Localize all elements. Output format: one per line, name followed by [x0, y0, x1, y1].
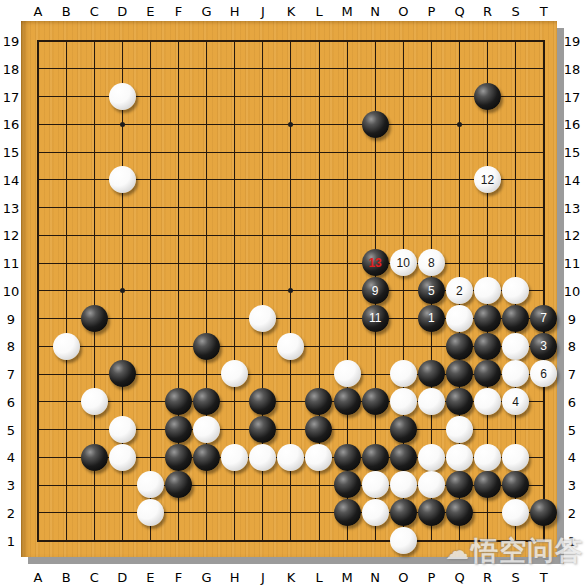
intersection-E6[interactable]: [136, 388, 164, 416]
intersection-F13[interactable]: [164, 194, 192, 222]
intersection-R14[interactable]: 12: [473, 166, 501, 194]
intersection-R16[interactable]: [473, 110, 501, 138]
intersection-S16[interactable]: [502, 110, 530, 138]
intersection-F15[interactable]: [164, 138, 192, 166]
intersection-T16[interactable]: [530, 110, 558, 138]
intersection-Q3[interactable]: [445, 471, 473, 499]
intersection-A4[interactable]: [24, 443, 52, 471]
intersection-C4[interactable]: [80, 443, 108, 471]
intersection-J5[interactable]: [249, 416, 277, 444]
intersection-N17[interactable]: [361, 83, 389, 111]
intersection-S3[interactable]: [502, 471, 530, 499]
intersection-F19[interactable]: [164, 27, 192, 55]
intersection-Q5[interactable]: [445, 416, 473, 444]
intersection-P13[interactable]: [417, 194, 445, 222]
intersection-D17[interactable]: [108, 83, 136, 111]
intersection-M4[interactable]: [333, 443, 361, 471]
intersection-K18[interactable]: [277, 55, 305, 83]
intersection-B9[interactable]: [52, 305, 80, 333]
intersection-A2[interactable]: [24, 499, 52, 527]
intersection-D1[interactable]: [108, 527, 136, 555]
intersection-G5[interactable]: [193, 416, 221, 444]
intersection-H3[interactable]: [221, 471, 249, 499]
intersection-K9[interactable]: [277, 305, 305, 333]
intersection-H4[interactable]: [221, 443, 249, 471]
intersection-A8[interactable]: [24, 332, 52, 360]
intersection-D6[interactable]: [108, 388, 136, 416]
intersection-M6[interactable]: [333, 388, 361, 416]
intersection-P5[interactable]: [417, 416, 445, 444]
intersection-G7[interactable]: [193, 360, 221, 388]
intersection-T19[interactable]: [530, 27, 558, 55]
intersection-K11[interactable]: [277, 249, 305, 277]
intersection-P9[interactable]: 1: [417, 305, 445, 333]
intersection-F18[interactable]: [164, 55, 192, 83]
intersection-B17[interactable]: [52, 83, 80, 111]
intersection-J4[interactable]: [249, 443, 277, 471]
intersection-L19[interactable]: [305, 27, 333, 55]
intersection-F12[interactable]: [164, 221, 192, 249]
intersection-M19[interactable]: [333, 27, 361, 55]
intersection-R3[interactable]: [473, 471, 501, 499]
intersection-F14[interactable]: [164, 166, 192, 194]
intersection-S9[interactable]: [502, 305, 530, 333]
intersection-O16[interactable]: [389, 110, 417, 138]
intersection-B1[interactable]: [52, 527, 80, 555]
intersection-M9[interactable]: [333, 305, 361, 333]
intersection-N18[interactable]: [361, 55, 389, 83]
intersection-P16[interactable]: [417, 110, 445, 138]
intersection-D2[interactable]: [108, 499, 136, 527]
intersection-R11[interactable]: [473, 249, 501, 277]
intersection-Q1[interactable]: [445, 527, 473, 555]
intersection-Q14[interactable]: [445, 166, 473, 194]
intersection-F10[interactable]: [164, 277, 192, 305]
intersection-K16[interactable]: [277, 110, 305, 138]
intersection-P18[interactable]: [417, 55, 445, 83]
intersection-B3[interactable]: [52, 471, 80, 499]
intersection-O5[interactable]: [389, 416, 417, 444]
intersection-S14[interactable]: [502, 166, 530, 194]
intersection-H18[interactable]: [221, 55, 249, 83]
intersection-M16[interactable]: [333, 110, 361, 138]
intersection-B16[interactable]: [52, 110, 80, 138]
intersection-N4[interactable]: [361, 443, 389, 471]
intersection-K12[interactable]: [277, 221, 305, 249]
intersection-E8[interactable]: [136, 332, 164, 360]
intersection-M11[interactable]: [333, 249, 361, 277]
intersection-M8[interactable]: [333, 332, 361, 360]
intersection-A1[interactable]: [24, 527, 52, 555]
intersection-A16[interactable]: [24, 110, 52, 138]
intersection-J15[interactable]: [249, 138, 277, 166]
intersection-J17[interactable]: [249, 83, 277, 111]
intersection-O3[interactable]: [389, 471, 417, 499]
intersection-J8[interactable]: [249, 332, 277, 360]
intersection-Q15[interactable]: [445, 138, 473, 166]
intersection-M17[interactable]: [333, 83, 361, 111]
intersection-L17[interactable]: [305, 83, 333, 111]
intersection-J18[interactable]: [249, 55, 277, 83]
intersection-H5[interactable]: [221, 416, 249, 444]
intersection-N13[interactable]: [361, 194, 389, 222]
intersection-O10[interactable]: [389, 277, 417, 305]
intersection-L15[interactable]: [305, 138, 333, 166]
intersection-M2[interactable]: [333, 499, 361, 527]
intersection-P12[interactable]: [417, 221, 445, 249]
intersection-F6[interactable]: [164, 388, 192, 416]
intersection-S4[interactable]: [502, 443, 530, 471]
intersection-O13[interactable]: [389, 194, 417, 222]
intersection-E7[interactable]: [136, 360, 164, 388]
intersection-C19[interactable]: [80, 27, 108, 55]
intersection-T12[interactable]: [530, 221, 558, 249]
intersection-J14[interactable]: [249, 166, 277, 194]
intersection-A6[interactable]: [24, 388, 52, 416]
intersection-E1[interactable]: [136, 527, 164, 555]
intersection-H10[interactable]: [221, 277, 249, 305]
intersection-N8[interactable]: [361, 332, 389, 360]
intersection-C9[interactable]: [80, 305, 108, 333]
intersection-D11[interactable]: [108, 249, 136, 277]
intersection-N1[interactable]: [361, 527, 389, 555]
intersection-A3[interactable]: [24, 471, 52, 499]
intersection-P17[interactable]: [417, 83, 445, 111]
intersection-C15[interactable]: [80, 138, 108, 166]
intersection-S17[interactable]: [502, 83, 530, 111]
intersection-M5[interactable]: [333, 416, 361, 444]
intersection-B13[interactable]: [52, 194, 80, 222]
intersection-E10[interactable]: [136, 277, 164, 305]
intersection-O17[interactable]: [389, 83, 417, 111]
intersection-N14[interactable]: [361, 166, 389, 194]
intersection-T6[interactable]: [530, 388, 558, 416]
intersection-A9[interactable]: [24, 305, 52, 333]
intersection-Q12[interactable]: [445, 221, 473, 249]
intersection-E2[interactable]: [136, 499, 164, 527]
intersection-L2[interactable]: [305, 499, 333, 527]
intersection-D19[interactable]: [108, 27, 136, 55]
intersection-E5[interactable]: [136, 416, 164, 444]
intersection-L9[interactable]: [305, 305, 333, 333]
intersection-R10[interactable]: [473, 277, 501, 305]
intersection-B19[interactable]: [52, 27, 80, 55]
intersection-R9[interactable]: [473, 305, 501, 333]
intersection-S2[interactable]: [502, 499, 530, 527]
intersection-N3[interactable]: [361, 471, 389, 499]
intersection-P15[interactable]: [417, 138, 445, 166]
intersection-N7[interactable]: [361, 360, 389, 388]
intersection-E11[interactable]: [136, 249, 164, 277]
intersection-O4[interactable]: [389, 443, 417, 471]
intersection-O9[interactable]: [389, 305, 417, 333]
intersection-G19[interactable]: [193, 27, 221, 55]
intersection-H7[interactable]: [221, 360, 249, 388]
intersection-K2[interactable]: [277, 499, 305, 527]
intersection-B12[interactable]: [52, 221, 80, 249]
intersection-C6[interactable]: [80, 388, 108, 416]
intersection-P1[interactable]: [417, 527, 445, 555]
intersection-N16[interactable]: [361, 110, 389, 138]
intersection-L3[interactable]: [305, 471, 333, 499]
intersection-E3[interactable]: [136, 471, 164, 499]
intersection-D16[interactable]: [108, 110, 136, 138]
intersection-S15[interactable]: [502, 138, 530, 166]
intersection-D7[interactable]: [108, 360, 136, 388]
intersection-S1[interactable]: [502, 527, 530, 555]
intersection-F3[interactable]: [164, 471, 192, 499]
intersection-H13[interactable]: [221, 194, 249, 222]
intersection-Q11[interactable]: [445, 249, 473, 277]
intersection-G15[interactable]: [193, 138, 221, 166]
intersection-C8[interactable]: [80, 332, 108, 360]
intersection-P6[interactable]: [417, 388, 445, 416]
intersection-M3[interactable]: [333, 471, 361, 499]
intersection-D13[interactable]: [108, 194, 136, 222]
intersection-O6[interactable]: [389, 388, 417, 416]
intersection-T3[interactable]: [530, 471, 558, 499]
intersection-B18[interactable]: [52, 55, 80, 83]
intersection-R4[interactable]: [473, 443, 501, 471]
intersection-R1[interactable]: [473, 527, 501, 555]
intersection-J16[interactable]: [249, 110, 277, 138]
intersection-T1[interactable]: [530, 527, 558, 555]
intersection-G13[interactable]: [193, 194, 221, 222]
intersection-M7[interactable]: [333, 360, 361, 388]
intersection-B7[interactable]: [52, 360, 80, 388]
intersection-K10[interactable]: [277, 277, 305, 305]
intersection-G12[interactable]: [193, 221, 221, 249]
intersection-L13[interactable]: [305, 194, 333, 222]
intersection-B6[interactable]: [52, 388, 80, 416]
intersection-T14[interactable]: [530, 166, 558, 194]
intersection-S13[interactable]: [502, 194, 530, 222]
intersection-K13[interactable]: [277, 194, 305, 222]
intersection-F8[interactable]: [164, 332, 192, 360]
intersection-H1[interactable]: [221, 527, 249, 555]
intersection-M1[interactable]: [333, 527, 361, 555]
intersection-A12[interactable]: [24, 221, 52, 249]
intersection-C1[interactable]: [80, 527, 108, 555]
intersection-H14[interactable]: [221, 166, 249, 194]
intersection-K5[interactable]: [277, 416, 305, 444]
intersection-E16[interactable]: [136, 110, 164, 138]
intersection-A13[interactable]: [24, 194, 52, 222]
intersection-N15[interactable]: [361, 138, 389, 166]
intersection-K19[interactable]: [277, 27, 305, 55]
intersection-H11[interactable]: [221, 249, 249, 277]
intersection-F2[interactable]: [164, 499, 192, 527]
intersection-O2[interactable]: [389, 499, 417, 527]
intersection-N6[interactable]: [361, 388, 389, 416]
intersection-T11[interactable]: [530, 249, 558, 277]
intersection-R7[interactable]: [473, 360, 501, 388]
intersection-D15[interactable]: [108, 138, 136, 166]
intersection-E18[interactable]: [136, 55, 164, 83]
intersection-G3[interactable]: [193, 471, 221, 499]
intersection-R2[interactable]: [473, 499, 501, 527]
intersection-R13[interactable]: [473, 194, 501, 222]
intersection-L7[interactable]: [305, 360, 333, 388]
intersection-N2[interactable]: [361, 499, 389, 527]
intersection-C5[interactable]: [80, 416, 108, 444]
intersection-K14[interactable]: [277, 166, 305, 194]
intersection-B14[interactable]: [52, 166, 80, 194]
intersection-J9[interactable]: [249, 305, 277, 333]
intersection-R6[interactable]: [473, 388, 501, 416]
intersection-J12[interactable]: [249, 221, 277, 249]
intersection-A19[interactable]: [24, 27, 52, 55]
intersection-P11[interactable]: 8: [417, 249, 445, 277]
intersection-J2[interactable]: [249, 499, 277, 527]
intersection-R8[interactable]: [473, 332, 501, 360]
intersection-R15[interactable]: [473, 138, 501, 166]
intersection-T5[interactable]: [530, 416, 558, 444]
intersection-G17[interactable]: [193, 83, 221, 111]
intersection-Q7[interactable]: [445, 360, 473, 388]
intersection-J7[interactable]: [249, 360, 277, 388]
intersection-C17[interactable]: [80, 83, 108, 111]
intersection-S6[interactable]: 4: [502, 388, 530, 416]
intersection-B4[interactable]: [52, 443, 80, 471]
intersection-C2[interactable]: [80, 499, 108, 527]
intersection-H2[interactable]: [221, 499, 249, 527]
intersection-J10[interactable]: [249, 277, 277, 305]
intersection-B10[interactable]: [52, 277, 80, 305]
intersection-R18[interactable]: [473, 55, 501, 83]
intersection-P2[interactable]: [417, 499, 445, 527]
intersection-G8[interactable]: [193, 332, 221, 360]
intersection-Q10[interactable]: 2: [445, 277, 473, 305]
intersection-F9[interactable]: [164, 305, 192, 333]
intersection-D5[interactable]: [108, 416, 136, 444]
intersection-N9[interactable]: 11: [361, 305, 389, 333]
intersection-K8[interactable]: [277, 332, 305, 360]
intersection-M18[interactable]: [333, 55, 361, 83]
intersection-K15[interactable]: [277, 138, 305, 166]
intersection-T8[interactable]: 3: [530, 332, 558, 360]
intersection-T7[interactable]: 6: [530, 360, 558, 388]
intersection-L10[interactable]: [305, 277, 333, 305]
intersection-B11[interactable]: [52, 249, 80, 277]
intersection-O11[interactable]: 10: [389, 249, 417, 277]
intersection-M13[interactable]: [333, 194, 361, 222]
intersection-D18[interactable]: [108, 55, 136, 83]
intersection-P3[interactable]: [417, 471, 445, 499]
intersection-T18[interactable]: [530, 55, 558, 83]
intersection-H8[interactable]: [221, 332, 249, 360]
intersection-T13[interactable]: [530, 194, 558, 222]
intersection-C11[interactable]: [80, 249, 108, 277]
intersection-T9[interactable]: 7: [530, 305, 558, 333]
intersection-B8[interactable]: [52, 332, 80, 360]
intersection-A14[interactable]: [24, 166, 52, 194]
intersection-G18[interactable]: [193, 55, 221, 83]
intersection-F16[interactable]: [164, 110, 192, 138]
intersection-G6[interactable]: [193, 388, 221, 416]
intersection-L14[interactable]: [305, 166, 333, 194]
intersection-G10[interactable]: [193, 277, 221, 305]
intersection-K7[interactable]: [277, 360, 305, 388]
intersection-H15[interactable]: [221, 138, 249, 166]
intersection-E15[interactable]: [136, 138, 164, 166]
intersection-K1[interactable]: [277, 527, 305, 555]
intersection-Q16[interactable]: [445, 110, 473, 138]
intersection-E19[interactable]: [136, 27, 164, 55]
intersection-A15[interactable]: [24, 138, 52, 166]
intersection-A17[interactable]: [24, 83, 52, 111]
intersection-Q4[interactable]: [445, 443, 473, 471]
intersection-Q19[interactable]: [445, 27, 473, 55]
intersection-E17[interactable]: [136, 83, 164, 111]
intersection-S18[interactable]: [502, 55, 530, 83]
intersection-R12[interactable]: [473, 221, 501, 249]
intersection-Q9[interactable]: [445, 305, 473, 333]
intersection-N12[interactable]: [361, 221, 389, 249]
intersection-T2[interactable]: [530, 499, 558, 527]
intersection-Q17[interactable]: [445, 83, 473, 111]
intersection-O1[interactable]: [389, 527, 417, 555]
intersection-E13[interactable]: [136, 194, 164, 222]
intersection-G11[interactable]: [193, 249, 221, 277]
intersection-C12[interactable]: [80, 221, 108, 249]
intersection-H19[interactable]: [221, 27, 249, 55]
intersection-M14[interactable]: [333, 166, 361, 194]
intersection-D14[interactable]: [108, 166, 136, 194]
intersection-D10[interactable]: [108, 277, 136, 305]
intersection-H17[interactable]: [221, 83, 249, 111]
intersection-T17[interactable]: [530, 83, 558, 111]
intersection-R17[interactable]: [473, 83, 501, 111]
intersection-O15[interactable]: [389, 138, 417, 166]
intersection-O14[interactable]: [389, 166, 417, 194]
intersection-G9[interactable]: [193, 305, 221, 333]
intersection-Q6[interactable]: [445, 388, 473, 416]
intersection-O8[interactable]: [389, 332, 417, 360]
intersection-G1[interactable]: [193, 527, 221, 555]
intersection-E9[interactable]: [136, 305, 164, 333]
intersection-P4[interactable]: [417, 443, 445, 471]
intersection-C13[interactable]: [80, 194, 108, 222]
intersection-O18[interactable]: [389, 55, 417, 83]
intersection-F17[interactable]: [164, 83, 192, 111]
intersection-S8[interactable]: [502, 332, 530, 360]
intersection-S11[interactable]: [502, 249, 530, 277]
intersection-T15[interactable]: [530, 138, 558, 166]
intersection-K17[interactable]: [277, 83, 305, 111]
intersection-E4[interactable]: [136, 443, 164, 471]
intersection-J19[interactable]: [249, 27, 277, 55]
intersection-J6[interactable]: [249, 388, 277, 416]
intersection-B2[interactable]: [52, 499, 80, 527]
intersection-E12[interactable]: [136, 221, 164, 249]
intersection-Q2[interactable]: [445, 499, 473, 527]
intersection-P14[interactable]: [417, 166, 445, 194]
intersection-T10[interactable]: [530, 277, 558, 305]
intersection-L8[interactable]: [305, 332, 333, 360]
intersection-Q18[interactable]: [445, 55, 473, 83]
intersection-J11[interactable]: [249, 249, 277, 277]
intersection-H12[interactable]: [221, 221, 249, 249]
intersection-L4[interactable]: [305, 443, 333, 471]
intersection-B15[interactable]: [52, 138, 80, 166]
intersection-F7[interactable]: [164, 360, 192, 388]
intersection-D3[interactable]: [108, 471, 136, 499]
intersection-G4[interactable]: [193, 443, 221, 471]
intersection-A11[interactable]: [24, 249, 52, 277]
intersection-G14[interactable]: [193, 166, 221, 194]
intersection-N5[interactable]: [361, 416, 389, 444]
